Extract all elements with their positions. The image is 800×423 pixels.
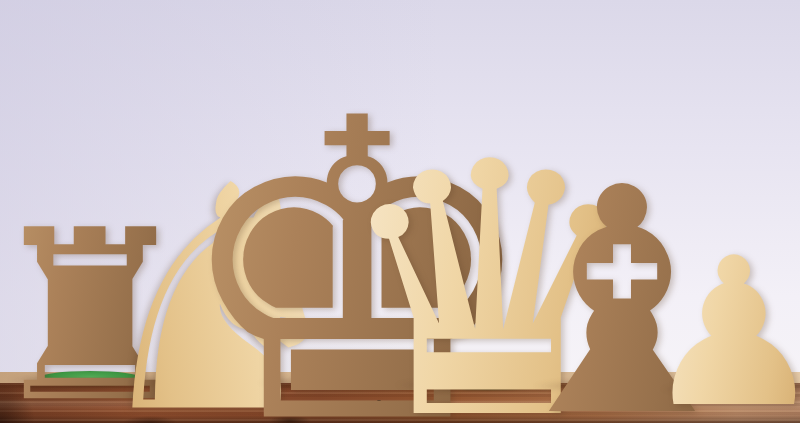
piece-cast-shadow — [255, 375, 459, 391]
piece-cast-shadow — [5, 372, 175, 388]
queen-glyph: ♛ — [332, 117, 646, 423]
knight-glyph: ♞ — [82, 145, 360, 423]
felt-base — [569, 377, 676, 390]
chess-piece-bishop: ♝ — [0, 0, 800, 423]
piece-cast-shadow — [126, 375, 316, 391]
felt-base — [690, 380, 778, 393]
piece-cast-shadow — [531, 378, 713, 394]
chess-piece-knight: ♞ — [0, 0, 800, 423]
bishop-glyph: ♝ — [482, 147, 762, 423]
piece-lineup: ♜♞♚♛♝♟ — [0, 0, 800, 423]
felt-base — [165, 374, 277, 387]
chess-piece-king: ♚ — [0, 0, 800, 423]
chess-piece-queen: ♛ — [0, 0, 800, 423]
piece-cast-shadow — [393, 377, 585, 393]
rook-glyph: ♜ — [0, 199, 195, 423]
chess-piece-pawn: ♟ — [0, 0, 800, 423]
chess-piece-rook: ♜ — [0, 0, 800, 423]
chess-pieces-photo: ♜♞♚♛♝♟ — [0, 0, 800, 423]
felt-base — [40, 371, 140, 384]
pawn-glyph: ♟ — [642, 231, 800, 423]
felt-base — [297, 374, 417, 387]
piece-cast-shadow — [659, 381, 800, 397]
king-glyph: ♚ — [171, 66, 543, 423]
felt-base — [433, 376, 546, 389]
